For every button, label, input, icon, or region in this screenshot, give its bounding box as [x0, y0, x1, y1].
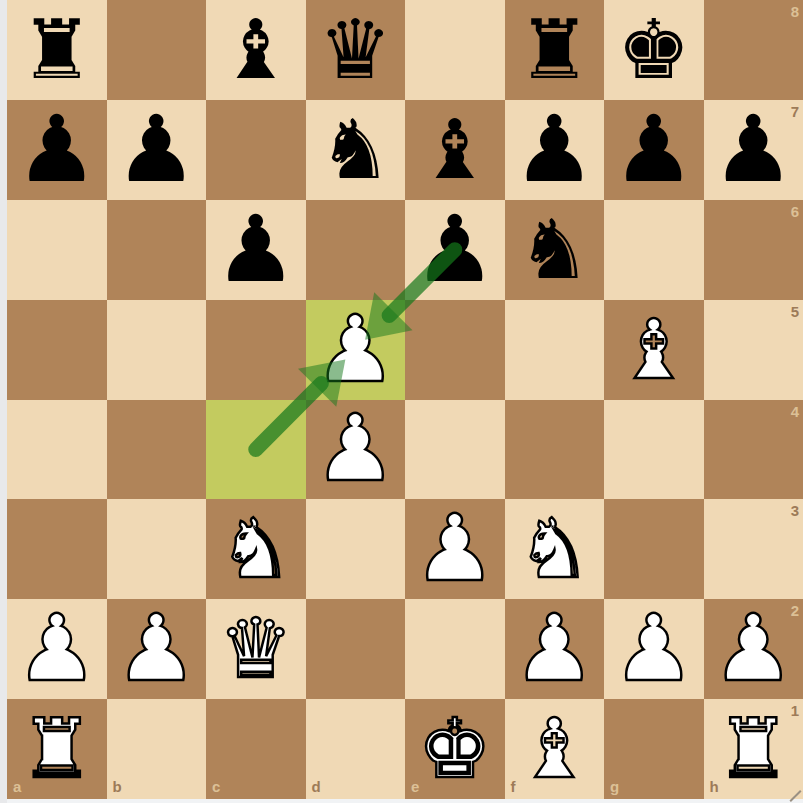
piece-black-queen[interactable]: ♛	[318, 9, 392, 91]
square-g2[interactable]: ♟	[604, 599, 704, 699]
piece-black-knight[interactable]: ♞	[318, 109, 392, 191]
piece-white-pawn[interactable]: ♟	[613, 603, 695, 695]
square-g6[interactable]	[604, 200, 704, 300]
piece-black-pawn[interactable]: ♟	[215, 204, 297, 296]
square-b3[interactable]	[107, 499, 207, 599]
piece-white-knight[interactable]: ♞	[517, 508, 591, 590]
square-f8[interactable]: ♜	[505, 0, 605, 100]
piece-white-pawn[interactable]: ♟	[314, 304, 396, 396]
square-g8[interactable]: ♚	[604, 0, 704, 100]
piece-white-king[interactable]: ♚	[418, 708, 492, 790]
rank-label-3: 3	[791, 503, 799, 518]
square-d6[interactable]	[306, 200, 406, 300]
square-e2[interactable]	[405, 599, 505, 699]
piece-black-bishop[interactable]: ♝	[219, 9, 293, 91]
piece-white-pawn[interactable]: ♟	[513, 603, 595, 695]
piece-white-knight[interactable]: ♞	[219, 508, 293, 590]
square-a7[interactable]: ♟	[7, 100, 107, 200]
square-f2[interactable]: ♟	[505, 599, 605, 699]
file-label-e: e	[411, 779, 419, 794]
piece-black-pawn[interactable]: ♟	[115, 104, 197, 196]
piece-black-pawn[interactable]: ♟	[513, 104, 595, 196]
square-d2[interactable]	[306, 599, 406, 699]
piece-white-pawn[interactable]: ♟	[712, 603, 794, 695]
square-e6[interactable]: ♟	[405, 200, 505, 300]
piece-black-rook[interactable]: ♜	[517, 9, 591, 91]
piece-black-rook[interactable]: ♜	[20, 9, 94, 91]
square-d3[interactable]	[306, 499, 406, 599]
square-e7[interactable]: ♝	[405, 100, 505, 200]
piece-white-rook[interactable]: ♜	[716, 708, 790, 790]
square-a3[interactable]	[7, 499, 107, 599]
square-a8[interactable]: ♜	[7, 0, 107, 100]
piece-white-pawn[interactable]: ♟	[115, 603, 197, 695]
file-label-b: b	[113, 779, 122, 794]
square-c8[interactable]: ♝	[206, 0, 306, 100]
square-c3[interactable]: ♞	[206, 499, 306, 599]
square-b5[interactable]	[107, 300, 207, 400]
file-label-f: f	[511, 779, 516, 794]
square-a5[interactable]	[7, 300, 107, 400]
square-f5[interactable]	[505, 300, 605, 400]
square-b7[interactable]: ♟	[107, 100, 207, 200]
file-label-c: c	[212, 779, 220, 794]
square-a1[interactable]: ♜a	[7, 699, 107, 799]
chess-board[interactable]: ♜♝♛♜♚8♟♟♞♝♟♟♟7♟♟♞6♟♝5♟4♞♟♞3♟♟♛♟♟♟2♜abcd♚…	[7, 0, 803, 799]
file-label-g: g	[610, 779, 619, 794]
square-h1[interactable]: ♜1h	[704, 699, 803, 799]
square-c1[interactable]: c	[206, 699, 306, 799]
square-c5[interactable]	[206, 300, 306, 400]
piece-black-king[interactable]: ♚	[617, 9, 691, 91]
rank-label-4: 4	[791, 404, 799, 419]
square-f3[interactable]: ♞	[505, 499, 605, 599]
square-f4[interactable]	[505, 400, 605, 500]
square-b4[interactable]	[107, 400, 207, 500]
piece-black-bishop[interactable]: ♝	[418, 109, 492, 191]
square-c4[interactable]	[206, 400, 306, 500]
square-e1[interactable]: ♚e	[405, 699, 505, 799]
file-label-a: a	[13, 779, 21, 794]
square-g5[interactable]: ♝	[604, 300, 704, 400]
square-f7[interactable]: ♟	[505, 100, 605, 200]
square-h3[interactable]: 3	[704, 499, 803, 599]
square-a6[interactable]	[7, 200, 107, 300]
square-b1[interactable]: b	[107, 699, 207, 799]
piece-white-rook[interactable]: ♜	[20, 708, 94, 790]
square-c6[interactable]: ♟	[206, 200, 306, 300]
square-d4[interactable]: ♟	[306, 400, 406, 500]
square-c7[interactable]	[206, 100, 306, 200]
piece-white-pawn[interactable]: ♟	[314, 403, 396, 495]
square-g4[interactable]	[604, 400, 704, 500]
piece-black-pawn[interactable]: ♟	[414, 204, 496, 296]
piece-white-queen[interactable]: ♛	[219, 608, 293, 690]
piece-white-bishop[interactable]: ♝	[617, 309, 691, 391]
file-label-h: h	[710, 779, 719, 794]
square-a4[interactable]	[7, 400, 107, 500]
square-c2[interactable]: ♛	[206, 599, 306, 699]
square-e5[interactable]	[405, 300, 505, 400]
square-e3[interactable]: ♟	[405, 499, 505, 599]
square-e4[interactable]	[405, 400, 505, 500]
piece-black-pawn[interactable]: ♟	[16, 104, 98, 196]
square-g3[interactable]	[604, 499, 704, 599]
square-h4[interactable]: 4	[704, 400, 803, 500]
piece-black-pawn[interactable]: ♟	[712, 104, 794, 196]
square-a2[interactable]: ♟	[7, 599, 107, 699]
piece-white-pawn[interactable]: ♟	[16, 603, 98, 695]
rank-label-6: 6	[791, 204, 799, 219]
rank-label-2: 2	[791, 603, 799, 618]
rank-label-5: 5	[791, 304, 799, 319]
rank-label-1: 1	[791, 703, 799, 718]
square-h7[interactable]: ♟7	[704, 100, 803, 200]
square-d8[interactable]: ♛	[306, 0, 406, 100]
square-h5[interactable]: 5	[704, 300, 803, 400]
square-b2[interactable]: ♟	[107, 599, 207, 699]
square-f1[interactable]: ♝f	[505, 699, 605, 799]
rank-label-7: 7	[791, 104, 799, 119]
square-g1[interactable]: g	[604, 699, 704, 799]
square-d7[interactable]: ♞	[306, 100, 406, 200]
piece-white-pawn[interactable]: ♟	[414, 503, 496, 595]
square-h6[interactable]: 6	[704, 200, 803, 300]
square-b6[interactable]	[107, 200, 207, 300]
square-d1[interactable]: d	[306, 699, 406, 799]
file-label-d: d	[312, 779, 321, 794]
piece-black-pawn[interactable]: ♟	[613, 104, 695, 196]
piece-white-bishop[interactable]: ♝	[517, 708, 591, 790]
square-f6[interactable]: ♞	[505, 200, 605, 300]
square-h8[interactable]: 8	[704, 0, 803, 100]
page-left-margin	[0, 0, 7, 803]
square-e8[interactable]	[405, 0, 505, 100]
square-b8[interactable]	[107, 0, 207, 100]
square-h2[interactable]: ♟2	[704, 599, 803, 699]
square-d5[interactable]: ♟	[306, 300, 406, 400]
square-g7[interactable]: ♟	[604, 100, 704, 200]
rank-label-8: 8	[791, 4, 799, 19]
piece-black-knight[interactable]: ♞	[517, 209, 591, 291]
